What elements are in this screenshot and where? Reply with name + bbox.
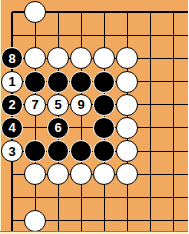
intersection-r1c4 (70, 0, 93, 23)
intersection-r9c8 (162, 186, 185, 209)
go-grid: 812759463 (1, 0, 189, 234)
stone-white (116, 71, 138, 93)
stone-white (93, 47, 115, 69)
stone-white-move-9: 9 (70, 94, 92, 116)
intersection-r4c5 (93, 70, 116, 93)
intersection-r5c8 (162, 93, 185, 116)
stone-white (116, 140, 138, 162)
stone-white (24, 47, 46, 69)
intersection-r2c2 (24, 24, 47, 47)
intersection-r5c4: 9 (70, 93, 93, 116)
intersection-r10c3 (47, 209, 70, 232)
stone-white (24, 210, 46, 232)
intersection-r8c5 (93, 163, 116, 186)
intersection-r4c4 (70, 70, 93, 93)
stone-black (70, 71, 92, 93)
line-extension (185, 209, 189, 232)
stone-white (47, 163, 69, 185)
stone-black (93, 117, 115, 139)
intersection-r3c6 (116, 47, 139, 70)
intersection-r2c6 (116, 24, 139, 47)
line-extension (185, 116, 189, 139)
intersection-r2c4 (70, 24, 93, 47)
intersection-r3c4 (70, 47, 93, 70)
intersection-r7c5 (93, 140, 116, 163)
intersection-r3c1: 8 (1, 47, 24, 70)
intersection-r2c1 (1, 24, 24, 47)
stone-black (93, 140, 115, 162)
intersection-r5c6 (116, 93, 139, 116)
intersection-r7c6 (116, 140, 139, 163)
stone-black-move-2: 2 (1, 94, 23, 116)
intersection-r10c1 (1, 209, 24, 232)
intersection-r6c5 (93, 116, 116, 139)
intersection-r6c4 (70, 116, 93, 139)
stone-white (47, 47, 69, 69)
line-extension (185, 0, 189, 23)
line-extension (185, 140, 189, 163)
intersection-r7c8 (162, 140, 185, 163)
intersection-r10c5 (93, 209, 116, 232)
intersection-r8c2 (24, 163, 47, 186)
stone-black-move-6: 6 (47, 117, 69, 139)
stone-black (93, 71, 115, 93)
line-extension (185, 163, 189, 186)
stone-white-move-3: 3 (1, 140, 23, 162)
intersection-r8c4 (70, 163, 93, 186)
stone-black-move-8: 8 (1, 47, 23, 69)
intersection-r6c6 (116, 116, 139, 139)
stone-white (24, 1, 46, 23)
intersection-r3c5 (93, 47, 116, 70)
line-extension (185, 47, 189, 70)
stone-white (70, 47, 92, 69)
line-extension (185, 93, 189, 116)
intersection-r3c3 (47, 47, 70, 70)
intersection-r1c2 (24, 0, 47, 23)
intersection-r4c3 (47, 70, 70, 93)
intersection-r10c4 (70, 209, 93, 232)
stone-white-move-7: 7 (24, 94, 46, 116)
intersection-r4c8 (162, 70, 185, 93)
stone-black (47, 71, 69, 93)
stone-white (116, 94, 138, 116)
page-edge-left (0, 0, 1, 234)
stone-white (93, 163, 115, 185)
intersection-r7c4 (70, 140, 93, 163)
intersection-r9c7 (139, 186, 162, 209)
intersection-r8c7 (139, 163, 162, 186)
intersection-r6c3: 6 (47, 116, 70, 139)
intersection-r9c5 (93, 186, 116, 209)
intersection-r7c2 (24, 140, 47, 163)
intersection-r5c1: 2 (1, 93, 24, 116)
intersection-r1c3 (47, 0, 70, 23)
intersection-r2c7 (139, 24, 162, 47)
intersection-r1c7 (139, 0, 162, 23)
intersection-r4c2 (24, 70, 47, 93)
line-extension (185, 70, 189, 93)
intersection-r1c5 (93, 0, 116, 23)
intersection-r9c4 (70, 186, 93, 209)
intersection-r8c1 (1, 163, 24, 186)
intersection-r8c8 (162, 163, 185, 186)
page-edge-bottom (0, 231, 188, 234)
intersection-r1c1 (1, 0, 24, 23)
stone-white (116, 117, 138, 139)
intersection-r5c7 (139, 93, 162, 116)
stone-black-move-4: 4 (1, 117, 23, 139)
intersection-r7c7 (139, 140, 162, 163)
intersection-r9c2 (24, 186, 47, 209)
stone-white (24, 163, 46, 185)
intersection-r9c6 (116, 186, 139, 209)
intersection-r6c8 (162, 116, 185, 139)
intersection-r4c6 (116, 70, 139, 93)
intersection-r4c7 (139, 70, 162, 93)
intersection-r1c6 (116, 0, 139, 23)
intersection-r8c6 (116, 163, 139, 186)
intersection-r10c7 (139, 209, 162, 232)
stone-white (116, 163, 138, 185)
intersection-r5c5 (93, 93, 116, 116)
intersection-r6c1: 4 (1, 116, 24, 139)
stone-black (24, 140, 46, 162)
stone-white-move-5: 5 (47, 94, 69, 116)
intersection-r5c2: 7 (24, 93, 47, 116)
intersection-r6c7 (139, 116, 162, 139)
intersection-r7c1: 3 (1, 140, 24, 163)
go-board-diagram: 812759463 (0, 0, 188, 234)
intersection-r10c6 (116, 209, 139, 232)
stone-black (70, 140, 92, 162)
line-extension (185, 24, 189, 47)
stone-white (70, 163, 92, 185)
intersection-r3c2 (24, 47, 47, 70)
intersection-r9c3 (47, 186, 70, 209)
intersection-r4c1: 1 (1, 70, 24, 93)
stone-white-move-1: 1 (1, 71, 23, 93)
intersection-r3c7 (139, 47, 162, 70)
line-extension (185, 186, 189, 209)
intersection-r6c2 (24, 116, 47, 139)
stone-black (47, 140, 69, 162)
intersection-r1c8 (162, 0, 185, 23)
intersection-r9c1 (1, 186, 24, 209)
intersection-r10c2 (24, 209, 47, 232)
intersection-r8c3 (47, 163, 70, 186)
stone-black (24, 71, 46, 93)
intersection-r2c5 (93, 24, 116, 47)
intersection-r10c8 (162, 209, 185, 232)
intersection-r5c3: 5 (47, 93, 70, 116)
stone-white (116, 47, 138, 69)
intersection-r2c8 (162, 24, 185, 47)
intersection-r7c3 (47, 140, 70, 163)
intersection-r2c3 (47, 24, 70, 47)
stone-black (93, 94, 115, 116)
intersection-r3c8 (162, 47, 185, 70)
